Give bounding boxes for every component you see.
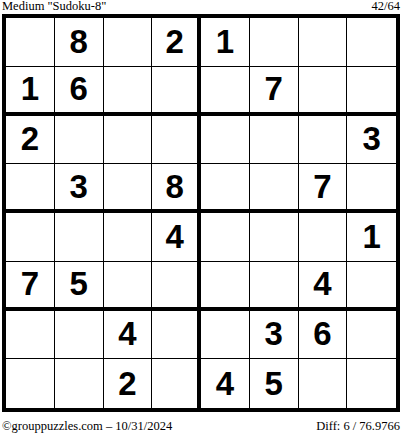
cell-r4c5[interactable] <box>201 164 250 213</box>
cell-r1c6[interactable] <box>250 18 299 67</box>
cell-r3c5[interactable] <box>201 116 250 165</box>
copyright-date-text: ©grouppuzzles.com – 10/31/2024 <box>2 419 172 433</box>
cell-r2c8[interactable] <box>347 67 396 116</box>
cell-r3c7[interactable] <box>299 116 348 165</box>
cell-r7c4[interactable] <box>152 311 201 360</box>
cell-r8c2[interactable] <box>55 359 104 408</box>
cell-r4c7[interactable]: 7 <box>299 164 348 213</box>
cell-r8c3[interactable]: 2 <box>104 359 153 408</box>
cell-r2c6[interactable]: 7 <box>250 67 299 116</box>
cell-r1c8[interactable] <box>347 18 396 67</box>
cell-r2c4[interactable] <box>152 67 201 116</box>
cell-r7c8[interactable] <box>347 311 396 360</box>
cell-r7c7[interactable]: 6 <box>299 311 348 360</box>
cell-r5c6[interactable] <box>250 213 299 262</box>
puzzle-title: Medium "Sudoku-8" <box>2 0 106 13</box>
cell-r5c3[interactable] <box>104 213 153 262</box>
cell-r4c6[interactable] <box>250 164 299 213</box>
cell-r8c4[interactable] <box>152 359 201 408</box>
cell-r6c8[interactable] <box>347 262 396 311</box>
cell-r7c1[interactable] <box>6 311 55 360</box>
cell-r6c6[interactable] <box>250 262 299 311</box>
cell-r8c5[interactable]: 4 <box>201 359 250 408</box>
cell-r7c5[interactable] <box>201 311 250 360</box>
cells-remaining-counter: 42/64 <box>372 0 400 13</box>
cell-r2c2[interactable]: 6 <box>55 67 104 116</box>
cell-r1c7[interactable] <box>299 18 348 67</box>
cell-r3c6[interactable] <box>250 116 299 165</box>
cell-r5c4[interactable]: 4 <box>152 213 201 262</box>
cell-r6c2[interactable]: 5 <box>55 262 104 311</box>
cell-r1c5[interactable]: 1 <box>201 18 250 67</box>
cell-r2c5[interactable] <box>201 67 250 116</box>
cell-r1c1[interactable] <box>6 18 55 67</box>
cell-r8c8[interactable] <box>347 359 396 408</box>
cell-r6c4[interactable] <box>152 262 201 311</box>
cell-r5c2[interactable] <box>55 213 104 262</box>
cell-r5c1[interactable] <box>6 213 55 262</box>
cell-r6c5[interactable] <box>201 262 250 311</box>
cell-r7c2[interactable] <box>55 311 104 360</box>
cell-r6c1[interactable]: 7 <box>6 262 55 311</box>
cell-r4c2[interactable]: 3 <box>55 164 104 213</box>
cell-r5c5[interactable] <box>201 213 250 262</box>
cell-r1c4[interactable]: 2 <box>152 18 201 67</box>
cell-r3c4[interactable] <box>152 116 201 165</box>
cell-r4c1[interactable] <box>6 164 55 213</box>
cell-r8c7[interactable] <box>299 359 348 408</box>
cell-r4c3[interactable] <box>104 164 153 213</box>
cell-r3c3[interactable] <box>104 116 153 165</box>
cell-r6c3[interactable] <box>104 262 153 311</box>
sudoku-board: 8211672338741754436245 <box>2 14 400 412</box>
cell-r3c8[interactable]: 3 <box>347 116 396 165</box>
puzzle-footer: ©grouppuzzles.com – 10/31/2024 Diff: 6 /… <box>2 419 400 433</box>
cell-r5c8[interactable]: 1 <box>347 213 396 262</box>
cell-r8c6[interactable]: 5 <box>250 359 299 408</box>
difficulty-text: Diff: 6 / 76.9766 <box>316 419 400 433</box>
cell-r2c7[interactable] <box>299 67 348 116</box>
puzzle-page: Medium "Sudoku-8" 42/64 8211672338741754… <box>0 0 403 437</box>
cell-r5c7[interactable] <box>299 213 348 262</box>
cell-r3c2[interactable] <box>55 116 104 165</box>
cell-r8c1[interactable] <box>6 359 55 408</box>
puzzle-header: Medium "Sudoku-8" 42/64 <box>2 0 400 13</box>
cell-r1c3[interactable] <box>104 18 153 67</box>
cell-r4c8[interactable] <box>347 164 396 213</box>
cell-r1c2[interactable]: 8 <box>55 18 104 67</box>
cell-r2c1[interactable]: 1 <box>6 67 55 116</box>
cell-r2c3[interactable] <box>104 67 153 116</box>
cell-r6c7[interactable]: 4 <box>299 262 348 311</box>
cell-r7c6[interactable]: 3 <box>250 311 299 360</box>
cell-r4c4[interactable]: 8 <box>152 164 201 213</box>
cell-r7c3[interactable]: 4 <box>104 311 153 360</box>
cell-r3c1[interactable]: 2 <box>6 116 55 165</box>
